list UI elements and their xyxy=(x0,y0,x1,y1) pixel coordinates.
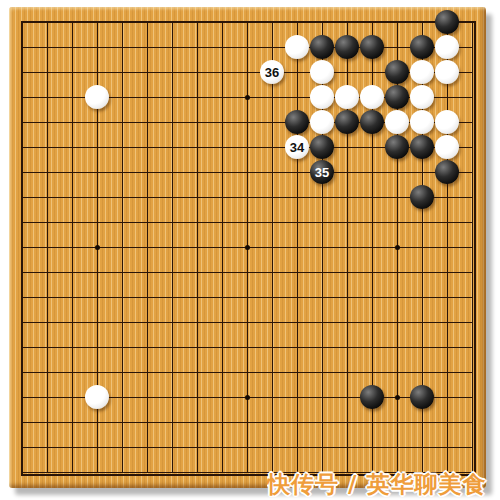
black-stone xyxy=(435,10,459,34)
white-stone xyxy=(310,60,334,84)
black-stone xyxy=(310,35,334,59)
white-stone xyxy=(85,85,109,109)
white-stone xyxy=(385,110,409,134)
black-stone xyxy=(285,110,309,134)
board-cell xyxy=(410,185,435,210)
white-stone xyxy=(285,35,309,59)
board-cell xyxy=(335,110,360,135)
board-cell xyxy=(310,85,335,110)
black-stone xyxy=(410,185,434,209)
star-point xyxy=(235,385,260,410)
white-stone xyxy=(410,85,434,109)
board-cell xyxy=(385,60,410,85)
white-stone xyxy=(85,385,109,409)
board-cell xyxy=(310,60,335,85)
board-cell xyxy=(385,85,410,110)
star-point xyxy=(85,235,110,260)
board-cell xyxy=(310,135,335,160)
star-point-dot xyxy=(95,245,100,250)
board-cell xyxy=(85,385,110,410)
star-point-dot xyxy=(395,395,400,400)
black-stone xyxy=(360,385,384,409)
white-stone xyxy=(435,110,459,134)
star-point-dot xyxy=(245,245,250,250)
board-cell xyxy=(435,35,460,60)
board-cell xyxy=(310,110,335,135)
black-stone xyxy=(410,35,434,59)
board-cell xyxy=(360,35,385,60)
black-stone xyxy=(435,160,459,184)
board-cell xyxy=(385,135,410,160)
star-point xyxy=(385,385,410,410)
white-stone xyxy=(410,60,434,84)
black-stone xyxy=(385,85,409,109)
black-stone xyxy=(335,110,359,134)
black-stone-move-35: 35 xyxy=(310,160,334,184)
board-cell xyxy=(285,110,310,135)
white-stone xyxy=(310,85,334,109)
board-cell xyxy=(385,110,410,135)
white-stone-move-36: 36 xyxy=(260,60,284,84)
black-stone xyxy=(385,135,409,159)
board-intersections: 363435 xyxy=(10,10,485,485)
board-cell xyxy=(360,385,385,410)
board-cell xyxy=(435,60,460,85)
board-cell xyxy=(410,85,435,110)
board-cell xyxy=(335,35,360,60)
watermark-text: 快传号 / 英华聊美食 xyxy=(267,469,500,497)
star-point-dot xyxy=(395,245,400,250)
white-stone-move-34: 34 xyxy=(285,135,309,159)
black-stone xyxy=(360,35,384,59)
white-stone xyxy=(410,110,434,134)
board-cell xyxy=(310,35,335,60)
board-cell: 36 xyxy=(260,60,285,85)
star-point-dot xyxy=(245,95,250,100)
black-stone xyxy=(410,135,434,159)
white-stone xyxy=(310,110,334,134)
board-cell: 35 xyxy=(310,160,335,185)
board-cell xyxy=(360,85,385,110)
board-cell xyxy=(410,35,435,60)
board-cell xyxy=(435,110,460,135)
star-point xyxy=(235,235,260,260)
board-cell xyxy=(435,160,460,185)
board-cell xyxy=(410,110,435,135)
star-point xyxy=(235,85,260,110)
star-point-dot xyxy=(245,395,250,400)
black-stone xyxy=(310,135,334,159)
black-stone xyxy=(335,35,359,59)
white-stone xyxy=(435,35,459,59)
board-cell xyxy=(435,10,460,35)
board-cell xyxy=(85,85,110,110)
go-board: 363435 xyxy=(9,7,486,488)
star-point xyxy=(385,235,410,260)
white-stone xyxy=(360,85,384,109)
white-stone xyxy=(435,135,459,159)
board-cell: 34 xyxy=(285,135,310,160)
board-cell xyxy=(285,35,310,60)
board-cell xyxy=(410,60,435,85)
board-cell xyxy=(410,135,435,160)
board-cell xyxy=(410,385,435,410)
black-stone xyxy=(385,60,409,84)
board-cell xyxy=(360,110,385,135)
black-stone xyxy=(360,110,384,134)
board-cell xyxy=(335,85,360,110)
black-stone xyxy=(410,385,434,409)
board-cell xyxy=(435,135,460,160)
white-stone xyxy=(335,85,359,109)
white-stone xyxy=(435,60,459,84)
